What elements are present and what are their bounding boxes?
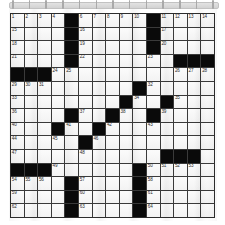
white-cell: 15 [11,28,24,41]
clue-number: 33 [12,95,17,100]
white-cell [161,191,174,204]
white-cell [93,55,106,68]
white-cell: 19 [79,41,92,54]
white-cell [38,123,51,136]
clue-number: 21 [12,54,17,59]
white-cell [25,136,38,149]
black-cell [147,14,160,27]
white-cell [25,28,38,41]
clue-number: 1 [12,14,14,19]
clue-number: 2 [25,14,27,19]
white-cell: 36 [11,109,24,122]
white-cell [93,164,106,177]
white-cell: 24 [52,68,65,81]
white-cell: 35 [174,96,187,109]
clue-number: 52 [175,163,180,168]
white-cell [93,177,106,190]
white-cell [93,204,106,217]
white-cell [174,204,187,217]
white-cell: 7 [93,14,106,27]
white-cell: 28 [201,68,214,81]
white-cell [188,123,201,136]
white-cell [174,136,187,149]
white-cell [161,136,174,149]
white-cell [120,191,133,204]
black-cell [133,204,146,217]
white-cell [147,136,160,149]
clue-number: 34 [134,95,139,100]
black-cell [174,150,187,163]
white-cell: 64 [147,204,160,217]
black-cell [161,96,174,109]
clue-number: 35 [175,95,180,100]
clue-number: 17 [161,27,166,32]
white-cell [52,28,65,41]
clue-number: 9 [121,14,123,19]
white-cell: 9 [120,14,133,27]
white-cell: 62 [11,204,24,217]
black-cell [147,109,160,122]
white-cell [106,68,119,81]
black-cell [106,109,119,122]
white-cell [120,28,133,41]
curtain-hook-icon [29,0,31,9]
white-cell [120,41,133,54]
white-cell [161,82,174,95]
white-cell [25,123,38,136]
clue-number: 28 [202,68,207,73]
white-cell: 11 [161,14,174,27]
white-cell: 63 [79,204,92,217]
white-cell [106,164,119,177]
white-cell [188,191,201,204]
white-cell: 26 [174,68,187,81]
clue-number: 42 [107,122,112,127]
white-cell [106,204,119,217]
white-cell [161,123,174,136]
black-cell [147,28,160,41]
white-cell [133,136,146,149]
clue-number: 4 [53,14,55,19]
white-cell: 40 [11,123,24,136]
white-cell [106,150,119,163]
black-cell [65,41,78,54]
white-cell [161,55,174,68]
white-cell: 57 [79,177,92,190]
white-cell [201,150,214,163]
white-cell: 23 [147,55,160,68]
white-cell [133,28,146,41]
white-cell [174,191,187,204]
white-cell: 6 [79,14,92,27]
white-cell: 61 [147,191,160,204]
white-cell [79,68,92,81]
black-cell [133,177,146,190]
white-cell [93,109,106,122]
white-cell [188,96,201,109]
clue-number: 3 [39,14,41,19]
white-cell [79,164,92,177]
white-cell: 4 [52,14,65,27]
white-cell [52,82,65,95]
white-cell: 54 [11,177,24,190]
black-cell [25,164,38,177]
white-cell [201,109,214,122]
clue-number: 11 [161,14,165,19]
white-cell: 37 [79,109,92,122]
clue-number: 12 [175,14,180,19]
white-cell [188,204,201,217]
clue-number: 43 [148,122,153,127]
white-cell: 25 [65,68,78,81]
clue-number: 32 [148,82,153,87]
curtain-hook-icon [79,0,81,9]
white-cell [52,96,65,109]
clue-number: 51 [161,163,166,168]
white-cell [133,150,146,163]
white-cell [52,177,65,190]
white-cell: 18 [11,41,24,54]
white-cell [120,177,133,190]
black-cell [65,28,78,41]
white-cell: 27 [188,68,201,81]
white-cell [25,41,38,54]
clue-number: 37 [80,109,85,114]
clue-number: 8 [107,14,109,19]
white-cell: 10 [133,14,146,27]
white-cell [174,109,187,122]
white-cell: 49 [52,164,65,177]
white-cell [120,68,133,81]
white-cell [93,68,106,81]
white-cell [25,191,38,204]
white-cell: 56 [38,177,51,190]
black-cell [93,123,106,136]
white-cell [38,191,51,204]
white-cell [188,82,201,95]
white-cell [201,204,214,217]
white-cell [106,96,119,109]
white-cell [188,28,201,41]
white-cell [25,109,38,122]
white-cell [106,82,119,95]
black-cell [79,136,92,149]
black-cell [65,14,78,27]
white-cell: 60 [79,191,92,204]
clue-number: 18 [12,41,17,46]
clue-number: 58 [148,177,153,182]
black-cell [174,55,187,68]
white-cell [38,204,51,217]
clue-number: 14 [202,14,207,19]
white-cell [93,28,106,41]
white-cell [93,41,106,54]
clue-number: 56 [39,177,44,182]
white-cell: 51 [161,164,174,177]
curtain-hook-icon [45,0,47,9]
black-cell [133,82,146,95]
white-cell [161,204,174,217]
black-cell [65,55,78,68]
white-cell [52,109,65,122]
clue-number: 22 [80,54,85,59]
clue-number: 55 [25,177,30,182]
black-cell [52,123,65,136]
white-cell [52,150,65,163]
white-cell [133,68,146,81]
white-cell [161,68,174,81]
clue-number: 24 [53,68,58,73]
white-cell [147,68,160,81]
black-cell [201,55,214,68]
black-cell [65,191,78,204]
white-cell [120,123,133,136]
clue-number: 46 [93,136,98,141]
black-cell [147,41,160,54]
white-cell: 12 [174,14,187,27]
black-cell [133,191,146,204]
white-cell: 16 [79,28,92,41]
clue-number: 59 [12,190,17,195]
white-cell [25,55,38,68]
curtain-hook-icon [129,0,131,9]
clue-number: 44 [12,136,17,141]
white-cell [201,123,214,136]
curtain-hook-icon [212,0,214,9]
white-cell [38,96,51,109]
white-cell [120,204,133,217]
clue-number: 15 [12,27,17,32]
black-cell [133,164,146,177]
white-cell [201,136,214,149]
clue-number: 40 [12,122,17,127]
clue-number: 63 [80,204,85,209]
white-cell [174,123,187,136]
clue-number: 45 [53,136,58,141]
white-cell [120,55,133,68]
clue-number: 29 [12,82,17,87]
white-cell [52,204,65,217]
clue-number: 62 [12,204,17,209]
clue-number: 48 [80,150,85,155]
white-cell [106,55,119,68]
white-cell [106,136,119,149]
white-cell [174,82,187,95]
white-cell: 2 [25,14,38,27]
white-cell: 22 [79,55,92,68]
white-cell [201,177,214,190]
white-cell: 30 [25,82,38,95]
clue-number: 26 [175,68,180,73]
white-cell [93,82,106,95]
clue-number: 61 [148,190,153,195]
clue-number: 64 [148,204,153,209]
curtain-hook-icon [146,0,148,9]
black-cell [38,164,51,177]
clue-number: 20 [161,41,166,46]
clue-number: 25 [66,68,71,73]
black-cell [25,68,38,81]
clue-number: 36 [12,109,17,114]
white-cell: 33 [11,96,24,109]
white-cell [65,136,78,149]
black-cell [65,177,78,190]
white-cell [52,55,65,68]
white-cell [188,109,201,122]
clue-number: 60 [80,190,85,195]
white-cell: 59 [11,191,24,204]
black-cell [188,55,201,68]
black-cell [65,204,78,217]
white-cell [38,28,51,41]
white-cell [52,191,65,204]
white-cell [106,177,119,190]
white-cell [120,136,133,149]
white-cell [120,82,133,95]
white-cell [133,109,146,122]
white-cell: 34 [133,96,146,109]
clue-number: 7 [93,14,95,19]
black-cell [188,150,201,163]
clue-number: 39 [161,109,166,114]
white-cell [106,191,119,204]
white-cell [106,28,119,41]
white-cell [38,55,51,68]
black-cell [11,164,24,177]
clue-number: 30 [25,82,30,87]
curtain-hook-icon [112,0,114,9]
white-cell [147,96,160,109]
white-cell [120,164,133,177]
white-cell [38,150,51,163]
black-cell [38,68,51,81]
white-cell [188,136,201,149]
white-cell: 8 [106,14,119,27]
curtain-hook-icon [162,0,164,9]
white-cell [174,177,187,190]
clue-number: 31 [39,82,44,87]
curtain-hook-icon [196,0,198,9]
white-cell [174,41,187,54]
white-cell [79,123,92,136]
white-cell [147,150,160,163]
curtain-hook-icon [62,0,64,9]
white-cell: 29 [11,82,24,95]
white-cell: 21 [11,55,24,68]
clue-number: 23 [148,54,153,59]
white-cell: 55 [25,177,38,190]
white-cell [201,82,214,95]
black-cell [161,150,174,163]
white-cell: 44 [11,136,24,149]
white-cell [161,177,174,190]
white-cell [106,41,119,54]
white-cell [133,55,146,68]
curtain-hook-icon [179,0,181,9]
white-cell [201,164,214,177]
white-cell [188,41,201,54]
white-cell [25,150,38,163]
white-cell [65,164,78,177]
clue-number: 19 [80,41,85,46]
white-cell: 41 [65,123,78,136]
white-cell: 45 [52,136,65,149]
white-cell [133,41,146,54]
white-cell: 42 [106,123,119,136]
clue-number: 38 [121,109,126,114]
clue-number: 10 [134,14,139,19]
white-cell: 14 [201,14,214,27]
clue-number: 49 [53,163,58,168]
curtain-hooks [9,0,217,9]
white-cell [79,96,92,109]
shower-curtain-crossword-mockup: { "game": "crossword", "scene": { "descr… [0,0,225,225]
clue-number: 54 [12,177,17,182]
white-cell: 32 [147,82,160,95]
white-cell: 31 [38,82,51,95]
white-cell [201,41,214,54]
white-cell: 1 [11,14,24,27]
white-cell: 53 [188,164,201,177]
white-cell [52,41,65,54]
white-cell: 43 [147,123,160,136]
white-cell [93,191,106,204]
black-cell [11,68,24,81]
white-cell [188,177,201,190]
white-cell: 3 [38,14,51,27]
clue-number: 57 [80,177,85,182]
white-cell [38,109,51,122]
crossword-grid: 1234678910111213141516171819202122232425… [10,13,215,218]
white-cell [65,96,78,109]
white-cell [38,136,51,149]
white-cell [25,204,38,217]
white-cell: 39 [161,109,174,122]
white-cell [79,82,92,95]
white-cell: 46 [93,136,106,149]
white-cell: 50 [147,164,160,177]
white-cell [65,150,78,163]
white-cell [133,123,146,136]
clue-number: 6 [80,14,82,19]
white-cell [174,28,187,41]
white-cell: 52 [174,164,187,177]
white-cell [93,150,106,163]
white-cell: 20 [161,41,174,54]
white-cell [201,191,214,204]
white-cell: 48 [79,150,92,163]
clue-number: 53 [189,163,194,168]
white-cell [93,96,106,109]
clue-number: 16 [80,27,85,32]
white-cell: 58 [147,177,160,190]
clue-number: 47 [12,150,17,155]
clue-number: 13 [189,14,194,19]
white-cell [201,28,214,41]
clue-number: 50 [148,163,153,168]
white-cell [120,150,133,163]
white-cell [65,82,78,95]
curtain-hook-icon [96,0,98,9]
black-cell [120,96,133,109]
white-cell [25,96,38,109]
black-cell [65,109,78,122]
white-cell: 38 [120,109,133,122]
clue-number: 41 [66,122,71,127]
white-cell: 17 [161,28,174,41]
clue-number: 27 [189,68,194,73]
white-cell [38,41,51,54]
